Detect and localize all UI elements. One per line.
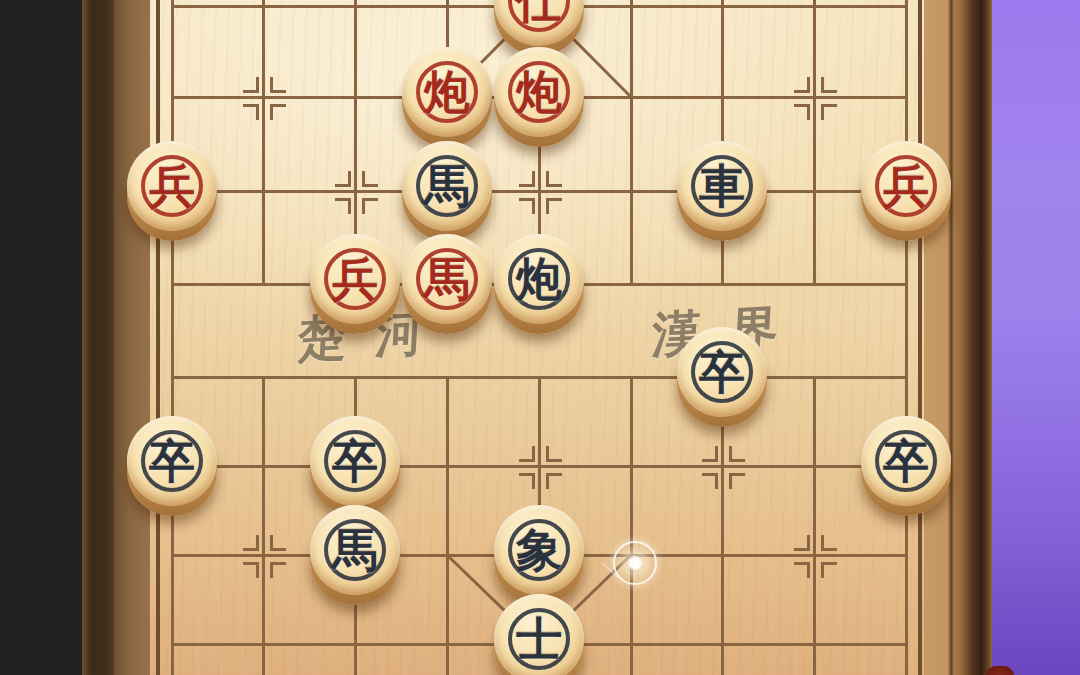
- file-line: [905, 0, 908, 675]
- point-marker: [270, 104, 286, 120]
- file-line: [446, 376, 449, 675]
- piece-face: 炮: [494, 234, 584, 324]
- piece-character: 馬: [332, 527, 378, 573]
- point-marker: [821, 77, 837, 93]
- piece-face: 兵: [310, 234, 400, 324]
- piece-face: 卒: [861, 416, 951, 506]
- point-marker: [519, 171, 535, 187]
- piece-face: 兵: [127, 141, 217, 231]
- piece-red-soldier-c4[interactable]: 兵: [307, 232, 403, 332]
- piece-character: 象: [516, 527, 562, 573]
- point-marker: [729, 446, 745, 462]
- piece-face: 馬: [402, 141, 492, 231]
- point-marker: [362, 171, 378, 187]
- background-left-bar: [0, 0, 82, 675]
- piece-character: 卒: [332, 438, 378, 484]
- piece-character: 士: [516, 616, 562, 662]
- board-border-right: [918, 0, 922, 675]
- clipped-red-element-bottom-right: [986, 666, 1014, 675]
- point-marker: [519, 198, 535, 214]
- point-marker: [702, 473, 718, 489]
- point-marker: [794, 77, 810, 93]
- piece-character: 卒: [883, 438, 929, 484]
- piece-black-horse-c7[interactable]: 馬: [307, 503, 403, 603]
- piece-black-advisor-e8[interactable]: 士: [491, 592, 587, 675]
- point-marker: [794, 104, 810, 120]
- point-marker: [243, 104, 259, 120]
- point-marker: [335, 171, 351, 187]
- board-right-frame: [924, 0, 992, 675]
- point-marker: [243, 535, 259, 551]
- piece-red-horse-d4[interactable]: 馬: [399, 232, 495, 332]
- piece-face: 卒: [127, 416, 217, 506]
- piece-character: 卒: [699, 349, 745, 395]
- piece-black-cannon-e4[interactable]: 炮: [491, 232, 587, 332]
- piece-face: 卒: [677, 327, 767, 417]
- point-marker: [335, 198, 351, 214]
- piece-face: 馬: [402, 234, 492, 324]
- cursor-glow: [613, 541, 657, 585]
- point-marker: [270, 535, 286, 551]
- piece-black-chariot-g3[interactable]: 車: [674, 139, 770, 239]
- piece-black-soldier-i6[interactable]: 卒: [858, 414, 954, 514]
- background-right-bar: [992, 0, 1080, 675]
- piece-face: 炮: [494, 47, 584, 137]
- file-line: [171, 0, 174, 675]
- point-marker: [821, 535, 837, 551]
- point-marker: [546, 446, 562, 462]
- point-marker: [794, 562, 810, 578]
- point-marker: [546, 198, 562, 214]
- piece-red-cannon-e2[interactable]: 炮: [491, 45, 587, 145]
- piece-face: 兵: [861, 141, 951, 231]
- piece-character: 兵: [149, 163, 195, 209]
- point-marker: [362, 198, 378, 214]
- point-marker: [270, 77, 286, 93]
- point-marker: [243, 562, 259, 578]
- file-line: [630, 0, 633, 285]
- piece-red-cannon-d2[interactable]: 炮: [399, 45, 495, 145]
- point-marker: [702, 446, 718, 462]
- file-line: [262, 376, 265, 675]
- file-line: [813, 0, 816, 285]
- piece-character: 馬: [424, 163, 470, 209]
- piece-red-soldier-a3[interactable]: 兵: [124, 139, 220, 239]
- piece-face: 象: [494, 505, 584, 595]
- piece-character: 炮: [516, 69, 562, 115]
- piece-character: 仕: [516, 0, 562, 24]
- piece-character: 車: [699, 163, 745, 209]
- piece-face: 炮: [402, 47, 492, 137]
- piece-black-soldier-a6[interactable]: 卒: [124, 414, 220, 514]
- piece-face: 馬: [310, 505, 400, 595]
- file-line: [630, 376, 633, 675]
- point-marker: [546, 473, 562, 489]
- point-marker: [519, 473, 535, 489]
- piece-character: 炮: [516, 256, 562, 302]
- point-marker: [729, 473, 745, 489]
- board-border-left: [156, 0, 160, 675]
- board-left-frame: [114, 0, 150, 675]
- piece-character: 兵: [332, 256, 378, 302]
- piece-face: 士: [494, 594, 584, 675]
- piece-character: 卒: [149, 438, 195, 484]
- point-marker: [794, 535, 810, 551]
- piece-black-soldier-g5[interactable]: 卒: [674, 325, 770, 425]
- point-marker: [546, 171, 562, 187]
- file-line: [813, 376, 816, 675]
- board-left-edge: [82, 0, 114, 675]
- piece-black-elephant-e7[interactable]: 象: [491, 503, 587, 603]
- piece-character: 炮: [424, 69, 470, 115]
- point-marker: [821, 562, 837, 578]
- file-line: [262, 0, 265, 285]
- piece-black-horse-d3[interactable]: 馬: [399, 139, 495, 239]
- piece-character: 馬: [424, 256, 470, 302]
- point-marker: [519, 446, 535, 462]
- game-screen: 楚河 漢界 仕炮炮兵馬車兵兵馬炮卒卒卒卒馬象士: [0, 0, 1080, 675]
- piece-red-soldier-i3[interactable]: 兵: [858, 139, 954, 239]
- point-marker: [821, 104, 837, 120]
- piece-face: 車: [677, 141, 767, 231]
- piece-character: 兵: [883, 163, 929, 209]
- point-marker: [270, 562, 286, 578]
- point-marker: [243, 77, 259, 93]
- piece-face: 卒: [310, 416, 400, 506]
- piece-black-soldier-c6[interactable]: 卒: [307, 414, 403, 514]
